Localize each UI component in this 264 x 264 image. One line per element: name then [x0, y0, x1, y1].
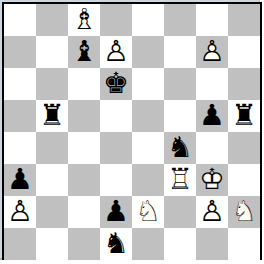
- square-a6[interactable]: [4, 68, 36, 100]
- square-d8[interactable]: [100, 4, 132, 36]
- black-bishop: ♝: [68, 36, 100, 68]
- square-b4[interactable]: [36, 132, 68, 164]
- square-h7[interactable]: [228, 36, 260, 68]
- white-knight: ♘: [132, 196, 164, 228]
- square-c8[interactable]: ♝♗: [68, 4, 100, 36]
- square-g5[interactable]: ♟: [196, 100, 228, 132]
- white-pawn: ♙: [196, 36, 228, 68]
- square-b3[interactable]: [36, 164, 68, 196]
- square-h8[interactable]: [228, 4, 260, 36]
- square-f8[interactable]: [164, 4, 196, 36]
- square-b8[interactable]: [36, 4, 68, 36]
- white-bishop-fill: ♝: [68, 4, 100, 36]
- square-h6[interactable]: [228, 68, 260, 100]
- square-g7[interactable]: ♟♙: [196, 36, 228, 68]
- white-pawn-fill: ♟: [100, 36, 132, 68]
- square-a1[interactable]: [4, 228, 36, 260]
- square-g6[interactable]: [196, 68, 228, 100]
- square-e8[interactable]: [132, 4, 164, 36]
- square-f6[interactable]: [164, 68, 196, 100]
- square-g3[interactable]: ♚♔: [196, 164, 228, 196]
- square-d5[interactable]: [100, 100, 132, 132]
- square-b2[interactable]: [36, 196, 68, 228]
- square-c7[interactable]: ♝: [68, 36, 100, 68]
- square-d4[interactable]: [100, 132, 132, 164]
- square-c4[interactable]: [68, 132, 100, 164]
- square-b5[interactable]: ♜: [36, 100, 68, 132]
- square-h5[interactable]: ♜: [228, 100, 260, 132]
- square-f2[interactable]: [164, 196, 196, 228]
- square-e4[interactable]: [132, 132, 164, 164]
- square-a8[interactable]: [4, 4, 36, 36]
- square-d3[interactable]: [100, 164, 132, 196]
- white-knight-fill: ♞: [228, 196, 260, 228]
- square-e6[interactable]: [132, 68, 164, 100]
- square-d7[interactable]: ♟♙: [100, 36, 132, 68]
- square-a7[interactable]: [4, 36, 36, 68]
- square-c2[interactable]: [68, 196, 100, 228]
- chess-board: ♝♗♝♟♙♟♙♚♜♟♜♞♟♜♖♚♔♟♙♟♞♘♟♙♞♘♞: [2, 2, 262, 260]
- square-h1[interactable]: [228, 228, 260, 260]
- square-e2[interactable]: ♞♘: [132, 196, 164, 228]
- white-king: ♔: [196, 164, 228, 196]
- white-rook: ♖: [164, 164, 196, 196]
- square-f7[interactable]: [164, 36, 196, 68]
- square-f5[interactable]: [164, 100, 196, 132]
- white-pawn: ♙: [4, 196, 36, 228]
- black-pawn: ♟: [100, 196, 132, 228]
- square-c1[interactable]: [68, 228, 100, 260]
- white-knight-fill: ♞: [132, 196, 164, 228]
- square-c3[interactable]: [68, 164, 100, 196]
- square-d2[interactable]: ♟: [100, 196, 132, 228]
- square-c5[interactable]: [68, 100, 100, 132]
- square-f1[interactable]: [164, 228, 196, 260]
- square-c6[interactable]: [68, 68, 100, 100]
- black-rook: ♜: [228, 100, 260, 132]
- square-g8[interactable]: [196, 4, 228, 36]
- black-rook: ♜: [36, 100, 68, 132]
- white-pawn-fill: ♟: [4, 196, 36, 228]
- white-pawn-fill: ♟: [196, 196, 228, 228]
- black-knight: ♞: [164, 132, 196, 164]
- square-b6[interactable]: [36, 68, 68, 100]
- square-h4[interactable]: [228, 132, 260, 164]
- square-a5[interactable]: [4, 100, 36, 132]
- square-a3[interactable]: ♟: [4, 164, 36, 196]
- white-pawn: ♙: [100, 36, 132, 68]
- square-e1[interactable]: [132, 228, 164, 260]
- black-knight: ♞: [100, 228, 132, 260]
- square-a2[interactable]: ♟♙: [4, 196, 36, 228]
- white-bishop: ♗: [68, 4, 100, 36]
- square-h3[interactable]: [228, 164, 260, 196]
- square-e3[interactable]: [132, 164, 164, 196]
- white-knight: ♘: [228, 196, 260, 228]
- square-f4[interactable]: ♞: [164, 132, 196, 164]
- square-e5[interactable]: [132, 100, 164, 132]
- square-g1[interactable]: [196, 228, 228, 260]
- square-d1[interactable]: ♞: [100, 228, 132, 260]
- white-pawn: ♙: [196, 196, 228, 228]
- square-g4[interactable]: [196, 132, 228, 164]
- black-pawn: ♟: [196, 100, 228, 132]
- black-pawn: ♟: [4, 164, 36, 196]
- square-g2[interactable]: ♟♙: [196, 196, 228, 228]
- black-king: ♚: [100, 68, 132, 100]
- square-d6[interactable]: ♚: [100, 68, 132, 100]
- chess-board-frame: ♝♗♝♟♙♟♙♚♜♟♜♞♟♜♖♚♔♟♙♟♞♘♟♙♞♘♞: [0, 0, 260, 260]
- white-pawn-fill: ♟: [196, 36, 228, 68]
- square-b1[interactable]: [36, 228, 68, 260]
- square-h2[interactable]: ♞♘: [228, 196, 260, 228]
- white-king-fill: ♚: [196, 164, 228, 196]
- square-e7[interactable]: [132, 36, 164, 68]
- white-rook-fill: ♜: [164, 164, 196, 196]
- square-a4[interactable]: [4, 132, 36, 164]
- square-b7[interactable]: [36, 36, 68, 68]
- square-f3[interactable]: ♜♖: [164, 164, 196, 196]
